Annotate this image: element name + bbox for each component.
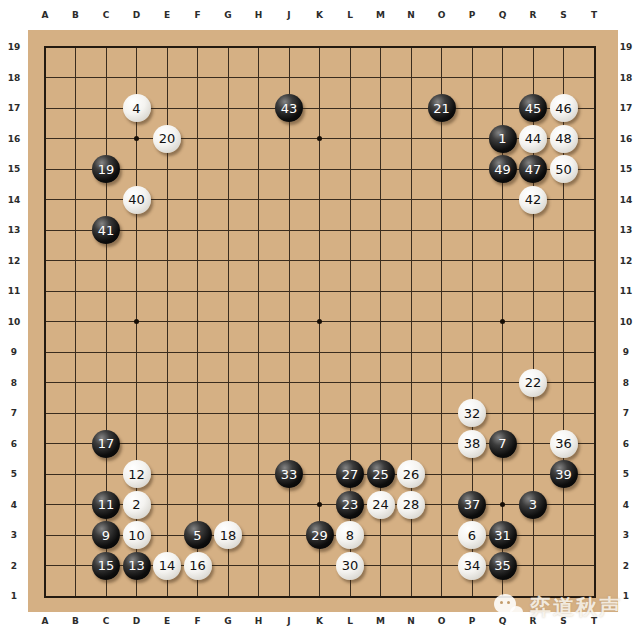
intersection (487, 459, 518, 490)
intersection (548, 184, 579, 215)
intersection (243, 154, 274, 185)
intersection (518, 245, 549, 276)
row-label: 17 (8, 103, 21, 113)
row-label: 15 (8, 164, 21, 174)
intersection (426, 123, 457, 154)
intersection: 21 (426, 93, 457, 124)
row-label: 19 (620, 42, 633, 52)
intersection (121, 62, 152, 93)
stone: 29 (306, 521, 334, 549)
intersection (243, 215, 274, 246)
intersection (121, 245, 152, 276)
intersection (213, 581, 244, 612)
intersection (91, 184, 122, 215)
intersection (365, 520, 396, 551)
intersection (274, 154, 305, 185)
row-label: 10 (620, 317, 633, 327)
intersection (304, 306, 335, 337)
intersection (91, 459, 122, 490)
intersection (365, 123, 396, 154)
column-label: L (347, 616, 353, 626)
intersection (152, 154, 183, 185)
intersection: 3 (518, 489, 549, 520)
intersection (335, 581, 366, 612)
intersection (30, 550, 61, 581)
row-label: 6 (11, 439, 17, 449)
intersection (274, 550, 305, 581)
column-label: A (42, 10, 49, 20)
stone: 17 (92, 430, 120, 458)
intersection (274, 581, 305, 612)
row-label: 13 (8, 225, 21, 235)
row-label: 3 (11, 530, 17, 540)
intersection (30, 123, 61, 154)
stone: 50 (550, 155, 578, 183)
intersection (457, 581, 488, 612)
intersection (335, 184, 366, 215)
intersection (60, 520, 91, 551)
intersection (182, 184, 213, 215)
intersection (396, 520, 427, 551)
intersection (396, 276, 427, 307)
intersection (487, 245, 518, 276)
row-label: 9 (11, 347, 17, 357)
intersection (30, 62, 61, 93)
intersection (152, 62, 183, 93)
intersection (365, 428, 396, 459)
intersection (91, 306, 122, 337)
intersection (335, 93, 366, 124)
intersection (426, 245, 457, 276)
stone: 11 (92, 491, 120, 519)
intersection (396, 245, 427, 276)
intersection (487, 184, 518, 215)
intersection (365, 550, 396, 581)
intersection (335, 215, 366, 246)
intersection (365, 154, 396, 185)
intersection (243, 276, 274, 307)
intersection: 1 (487, 123, 518, 154)
intersection (457, 123, 488, 154)
row-label: 18 (8, 73, 21, 83)
row-label: 5 (623, 469, 629, 479)
intersection (304, 337, 335, 368)
column-label: F (194, 10, 200, 20)
intersection: 42 (518, 184, 549, 215)
intersection (518, 62, 549, 93)
intersection (396, 367, 427, 398)
column-label: J (287, 10, 290, 20)
column-label: S (560, 10, 566, 20)
intersection (182, 215, 213, 246)
intersection (60, 276, 91, 307)
intersection (457, 32, 488, 63)
stone: 16 (184, 552, 212, 580)
row-label: 10 (8, 317, 21, 327)
row-label: 6 (623, 439, 629, 449)
intersection (304, 215, 335, 246)
intersection (304, 581, 335, 612)
stone: 42 (519, 186, 547, 214)
intersection (243, 489, 274, 520)
intersection (213, 154, 244, 185)
intersection (579, 398, 610, 429)
intersection (152, 245, 183, 276)
intersection (426, 428, 457, 459)
column-label: O (438, 10, 446, 20)
intersection: 29 (304, 520, 335, 551)
intersection (548, 62, 579, 93)
intersection (60, 428, 91, 459)
intersection (30, 276, 61, 307)
row-label: 17 (620, 103, 633, 113)
intersection (579, 520, 610, 551)
intersection (121, 398, 152, 429)
intersection: 40 (121, 184, 152, 215)
intersection (365, 93, 396, 124)
intersection (304, 459, 335, 490)
intersection (426, 550, 457, 581)
row-label: 12 (8, 256, 21, 266)
intersection: 24 (365, 489, 396, 520)
intersection (213, 337, 244, 368)
intersection (30, 215, 61, 246)
stone: 34 (458, 552, 486, 580)
intersection (213, 428, 244, 459)
intersection (274, 184, 305, 215)
row-label: 7 (623, 408, 629, 418)
stone: 2 (123, 491, 151, 519)
intersection (365, 62, 396, 93)
intersection (304, 276, 335, 307)
intersection (365, 184, 396, 215)
intersection (30, 428, 61, 459)
intersection (548, 367, 579, 398)
intersection (518, 276, 549, 307)
intersection (457, 245, 488, 276)
intersection (152, 520, 183, 551)
intersection (91, 276, 122, 307)
column-label: B (72, 10, 79, 20)
intersection (579, 154, 610, 185)
intersection (274, 398, 305, 429)
intersection (304, 93, 335, 124)
intersection (457, 93, 488, 124)
intersection (365, 398, 396, 429)
intersection (213, 215, 244, 246)
stone: 27 (336, 460, 364, 488)
intersection (243, 337, 274, 368)
column-label: P (469, 616, 476, 626)
intersection (182, 245, 213, 276)
intersection (213, 62, 244, 93)
intersection: 6 (457, 520, 488, 551)
intersection: 43 (274, 93, 305, 124)
row-label: 14 (620, 195, 633, 205)
intersection (365, 306, 396, 337)
row-label: 11 (620, 286, 633, 296)
intersection (426, 154, 457, 185)
stone: 43 (275, 94, 303, 122)
intersection (213, 550, 244, 581)
intersection (396, 337, 427, 368)
go-board-grid: 4432145462014448194947504042412232173873… (30, 32, 610, 612)
intersection: 11 (91, 489, 122, 520)
stone: 36 (550, 430, 578, 458)
column-label: B (72, 616, 79, 626)
intersection (60, 367, 91, 398)
intersection (213, 184, 244, 215)
intersection (243, 367, 274, 398)
intersection (243, 306, 274, 337)
intersection: 22 (518, 367, 549, 398)
intersection (213, 306, 244, 337)
intersection (152, 32, 183, 63)
intersection: 17 (91, 428, 122, 459)
intersection: 4 (121, 93, 152, 124)
intersection (182, 367, 213, 398)
stone: 47 (519, 155, 547, 183)
stone: 4 (123, 94, 151, 122)
watermark: 弈道秋声 (494, 590, 622, 624)
row-label: 2 (623, 561, 629, 571)
intersection (579, 337, 610, 368)
intersection (487, 215, 518, 246)
intersection (335, 123, 366, 154)
intersection (274, 428, 305, 459)
intersection: 33 (274, 459, 305, 490)
intersection (274, 367, 305, 398)
intersection: 7 (487, 428, 518, 459)
intersection: 34 (457, 550, 488, 581)
intersection (579, 123, 610, 154)
intersection (548, 32, 579, 63)
intersection (60, 184, 91, 215)
intersection: 35 (487, 550, 518, 581)
stone: 26 (397, 460, 425, 488)
intersection (274, 215, 305, 246)
intersection: 49 (487, 154, 518, 185)
intersection (579, 428, 610, 459)
intersection (91, 93, 122, 124)
intersection (152, 215, 183, 246)
intersection (335, 367, 366, 398)
intersection (274, 489, 305, 520)
intersection (426, 520, 457, 551)
intersection (213, 398, 244, 429)
intersection (274, 337, 305, 368)
intersection (518, 306, 549, 337)
intersection (60, 581, 91, 612)
column-label: E (164, 10, 170, 20)
intersection (182, 428, 213, 459)
stone: 7 (489, 430, 517, 458)
intersection (30, 520, 61, 551)
row-label: 18 (620, 73, 633, 83)
intersection: 50 (548, 154, 579, 185)
stone: 38 (458, 430, 486, 458)
intersection: 20 (152, 123, 183, 154)
intersection (548, 398, 579, 429)
column-label: J (287, 616, 290, 626)
row-label: 2 (11, 561, 17, 571)
intersection: 19 (91, 154, 122, 185)
intersection: 14 (152, 550, 183, 581)
intersection (243, 520, 274, 551)
intersection (457, 337, 488, 368)
intersection (426, 459, 457, 490)
intersection (396, 398, 427, 429)
intersection (182, 62, 213, 93)
intersection (335, 245, 366, 276)
intersection (487, 93, 518, 124)
intersection (274, 32, 305, 63)
intersection (487, 398, 518, 429)
stone: 9 (92, 521, 120, 549)
intersection: 10 (121, 520, 152, 551)
intersection (426, 367, 457, 398)
column-label: T (591, 10, 597, 20)
intersection: 38 (457, 428, 488, 459)
stone: 13 (123, 552, 151, 580)
intersection (152, 581, 183, 612)
intersection (91, 32, 122, 63)
intersection (213, 123, 244, 154)
intersection (60, 245, 91, 276)
intersection: 48 (548, 123, 579, 154)
stone: 32 (458, 399, 486, 427)
star-point (500, 502, 505, 507)
intersection (579, 32, 610, 63)
intersection: 23 (335, 489, 366, 520)
intersection (548, 215, 579, 246)
intersection (30, 93, 61, 124)
intersection (426, 32, 457, 63)
intersection (30, 581, 61, 612)
intersection (365, 337, 396, 368)
intersection (548, 337, 579, 368)
column-label: H (255, 10, 263, 20)
column-label: H (255, 616, 263, 626)
intersection (213, 367, 244, 398)
intersection (426, 398, 457, 429)
intersection (457, 215, 488, 246)
go-diagram-screenshot: 4432145462014448194947504042412232173873… (0, 0, 640, 640)
stone: 20 (153, 125, 181, 153)
intersection (518, 428, 549, 459)
wechat-icon (494, 592, 526, 622)
column-label: K (316, 616, 323, 626)
intersection (396, 123, 427, 154)
intersection: 45 (518, 93, 549, 124)
stone: 19 (92, 155, 120, 183)
stone: 3 (519, 491, 547, 519)
intersection (182, 459, 213, 490)
intersection (396, 428, 427, 459)
stone: 24 (367, 491, 395, 519)
intersection (304, 184, 335, 215)
star-point (134, 136, 139, 141)
intersection (365, 32, 396, 63)
intersection (487, 489, 518, 520)
intersection: 13 (121, 550, 152, 581)
intersection: 41 (91, 215, 122, 246)
intersection (548, 489, 579, 520)
intersection (579, 93, 610, 124)
intersection: 30 (335, 550, 366, 581)
intersection (182, 398, 213, 429)
stone: 30 (336, 552, 364, 580)
intersection (121, 428, 152, 459)
intersection (518, 32, 549, 63)
stone: 18 (214, 521, 242, 549)
intersection (335, 306, 366, 337)
intersection (579, 459, 610, 490)
intersection (274, 245, 305, 276)
intersection (304, 489, 335, 520)
intersection (121, 123, 152, 154)
intersection (457, 367, 488, 398)
intersection (426, 581, 457, 612)
intersection (213, 459, 244, 490)
stone: 6 (458, 521, 486, 549)
intersection (396, 215, 427, 246)
intersection (396, 306, 427, 337)
intersection (304, 32, 335, 63)
intersection (457, 154, 488, 185)
intersection (365, 367, 396, 398)
stone: 44 (519, 125, 547, 153)
intersection (243, 184, 274, 215)
intersection (426, 489, 457, 520)
intersection (579, 245, 610, 276)
intersection (152, 459, 183, 490)
intersection (30, 32, 61, 63)
intersection (60, 489, 91, 520)
intersection (182, 93, 213, 124)
intersection (457, 62, 488, 93)
row-label: 4 (11, 500, 17, 510)
intersection (152, 306, 183, 337)
intersection (121, 581, 152, 612)
intersection (579, 306, 610, 337)
intersection (60, 337, 91, 368)
intersection (335, 398, 366, 429)
intersection: 31 (487, 520, 518, 551)
row-label: 1 (11, 591, 17, 601)
stone: 8 (336, 521, 364, 549)
intersection (243, 245, 274, 276)
intersection (396, 32, 427, 63)
stone: 21 (428, 94, 456, 122)
intersection (579, 62, 610, 93)
stone: 37 (458, 491, 486, 519)
intersection (60, 62, 91, 93)
intersection (91, 337, 122, 368)
intersection (243, 398, 274, 429)
intersection (91, 398, 122, 429)
column-label: L (347, 10, 353, 20)
intersection (152, 276, 183, 307)
intersection (304, 367, 335, 398)
column-label: M (376, 616, 385, 626)
intersection (487, 62, 518, 93)
intersection (60, 93, 91, 124)
intersection (91, 123, 122, 154)
intersection (121, 215, 152, 246)
intersection (60, 32, 91, 63)
intersection (121, 306, 152, 337)
